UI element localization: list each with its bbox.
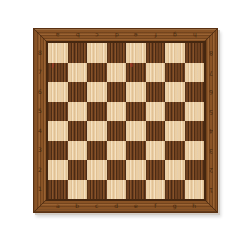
file-labels-bottom: abcdefgh bbox=[48, 201, 204, 211]
rank-label-left-5: 5 bbox=[35, 102, 45, 122]
square-f6[interactable] bbox=[146, 82, 166, 102]
square-f1[interactable] bbox=[146, 180, 166, 200]
square-b7[interactable] bbox=[68, 63, 88, 83]
square-d6[interactable] bbox=[107, 82, 127, 102]
rank-label-right-6: 6 bbox=[206, 82, 216, 102]
file-label-bottom-b: b bbox=[68, 201, 88, 211]
rank-labels-right: 87654321 bbox=[206, 43, 216, 199]
square-h8[interactable] bbox=[185, 43, 205, 63]
file-label-top-f: f bbox=[146, 30, 166, 40]
square-c3[interactable] bbox=[87, 141, 107, 161]
file-label-bottom-a: a bbox=[48, 201, 68, 211]
file-labels-top: abcdefgh bbox=[48, 30, 204, 40]
square-g2[interactable] bbox=[165, 160, 185, 180]
red-speck-e7 bbox=[130, 63, 134, 67]
file-label-top-h: h bbox=[185, 30, 205, 40]
square-e1[interactable] bbox=[126, 180, 146, 200]
rank-label-left-4: 4 bbox=[35, 121, 45, 141]
square-d7[interactable] bbox=[107, 63, 127, 83]
square-f2[interactable] bbox=[146, 160, 166, 180]
square-h7[interactable] bbox=[185, 63, 205, 83]
square-f4[interactable] bbox=[146, 121, 166, 141]
square-g3[interactable] bbox=[165, 141, 185, 161]
square-d8[interactable] bbox=[107, 43, 127, 63]
file-label-top-g: g bbox=[165, 30, 185, 40]
board-grid bbox=[46, 41, 206, 201]
rank-label-left-3: 3 bbox=[35, 141, 45, 161]
square-h6[interactable] bbox=[185, 82, 205, 102]
square-e2[interactable] bbox=[126, 160, 146, 180]
square-c2[interactable] bbox=[87, 160, 107, 180]
square-e5[interactable] bbox=[126, 102, 146, 122]
file-label-bottom-g: g bbox=[165, 201, 185, 211]
square-h1[interactable] bbox=[185, 180, 205, 200]
square-e4[interactable] bbox=[126, 121, 146, 141]
file-label-bottom-f: f bbox=[146, 201, 166, 211]
square-d1[interactable] bbox=[107, 180, 127, 200]
square-b8[interactable] bbox=[68, 43, 88, 63]
rank-label-left-2: 2 bbox=[35, 160, 45, 180]
square-a5[interactable] bbox=[48, 102, 68, 122]
file-label-top-d: d bbox=[107, 30, 127, 40]
square-d4[interactable] bbox=[107, 121, 127, 141]
rank-label-right-7: 7 bbox=[206, 63, 216, 83]
square-g5[interactable] bbox=[165, 102, 185, 122]
square-g7[interactable] bbox=[165, 63, 185, 83]
square-e6[interactable] bbox=[126, 82, 146, 102]
rank-label-left-1: 1 bbox=[35, 180, 45, 200]
square-c5[interactable] bbox=[87, 102, 107, 122]
square-e7[interactable] bbox=[126, 63, 146, 83]
square-d3[interactable] bbox=[107, 141, 127, 161]
chessboard: abcdefgh abcdefgh 87654321 87654321 bbox=[33, 28, 218, 213]
square-a2[interactable] bbox=[48, 160, 68, 180]
square-c8[interactable] bbox=[87, 43, 107, 63]
rank-label-right-4: 4 bbox=[206, 121, 216, 141]
square-e8[interactable] bbox=[126, 43, 146, 63]
rank-label-right-5: 5 bbox=[206, 102, 216, 122]
square-h4[interactable] bbox=[185, 121, 205, 141]
square-g6[interactable] bbox=[165, 82, 185, 102]
rank-label-right-2: 2 bbox=[206, 160, 216, 180]
rank-label-right-8: 8 bbox=[206, 43, 216, 63]
square-f5[interactable] bbox=[146, 102, 166, 122]
chessboard-photo: abcdefgh abcdefgh 87654321 87654321 bbox=[0, 0, 250, 250]
square-c6[interactable] bbox=[87, 82, 107, 102]
rank-label-right-1: 1 bbox=[206, 180, 216, 200]
file-label-bottom-e: e bbox=[126, 201, 146, 211]
square-b3[interactable] bbox=[68, 141, 88, 161]
square-g4[interactable] bbox=[165, 121, 185, 141]
square-h3[interactable] bbox=[185, 141, 205, 161]
file-label-bottom-h: h bbox=[185, 201, 205, 211]
square-a1[interactable] bbox=[48, 180, 68, 200]
file-label-bottom-c: c bbox=[87, 201, 107, 211]
square-f8[interactable] bbox=[146, 43, 166, 63]
square-a4[interactable] bbox=[48, 121, 68, 141]
rank-label-left-7: 7 bbox=[35, 63, 45, 83]
rank-labels-left: 87654321 bbox=[35, 43, 45, 199]
square-c1[interactable] bbox=[87, 180, 107, 200]
square-b4[interactable] bbox=[68, 121, 88, 141]
rank-label-left-8: 8 bbox=[35, 43, 45, 63]
square-a8[interactable] bbox=[48, 43, 68, 63]
square-d5[interactable] bbox=[107, 102, 127, 122]
square-a3[interactable] bbox=[48, 141, 68, 161]
square-f3[interactable] bbox=[146, 141, 166, 161]
square-g8[interactable] bbox=[165, 43, 185, 63]
rank-label-right-3: 3 bbox=[206, 141, 216, 161]
square-g1[interactable] bbox=[165, 180, 185, 200]
square-a6[interactable] bbox=[48, 82, 68, 102]
square-b2[interactable] bbox=[68, 160, 88, 180]
file-label-bottom-d: d bbox=[107, 201, 127, 211]
square-h5[interactable] bbox=[185, 102, 205, 122]
square-c7[interactable] bbox=[87, 63, 107, 83]
square-b5[interactable] bbox=[68, 102, 88, 122]
file-label-top-a: a bbox=[48, 30, 68, 40]
square-e3[interactable] bbox=[126, 141, 146, 161]
rank-label-left-6: 6 bbox=[35, 82, 45, 102]
square-d2[interactable] bbox=[107, 160, 127, 180]
square-f7[interactable] bbox=[146, 63, 166, 83]
file-label-top-e: e bbox=[126, 30, 146, 40]
file-label-top-b: b bbox=[68, 30, 88, 40]
square-b1[interactable] bbox=[68, 180, 88, 200]
square-h2[interactable] bbox=[185, 160, 205, 180]
square-b6[interactable] bbox=[68, 82, 88, 102]
file-label-top-c: c bbox=[87, 30, 107, 40]
square-c4[interactable] bbox=[87, 121, 107, 141]
